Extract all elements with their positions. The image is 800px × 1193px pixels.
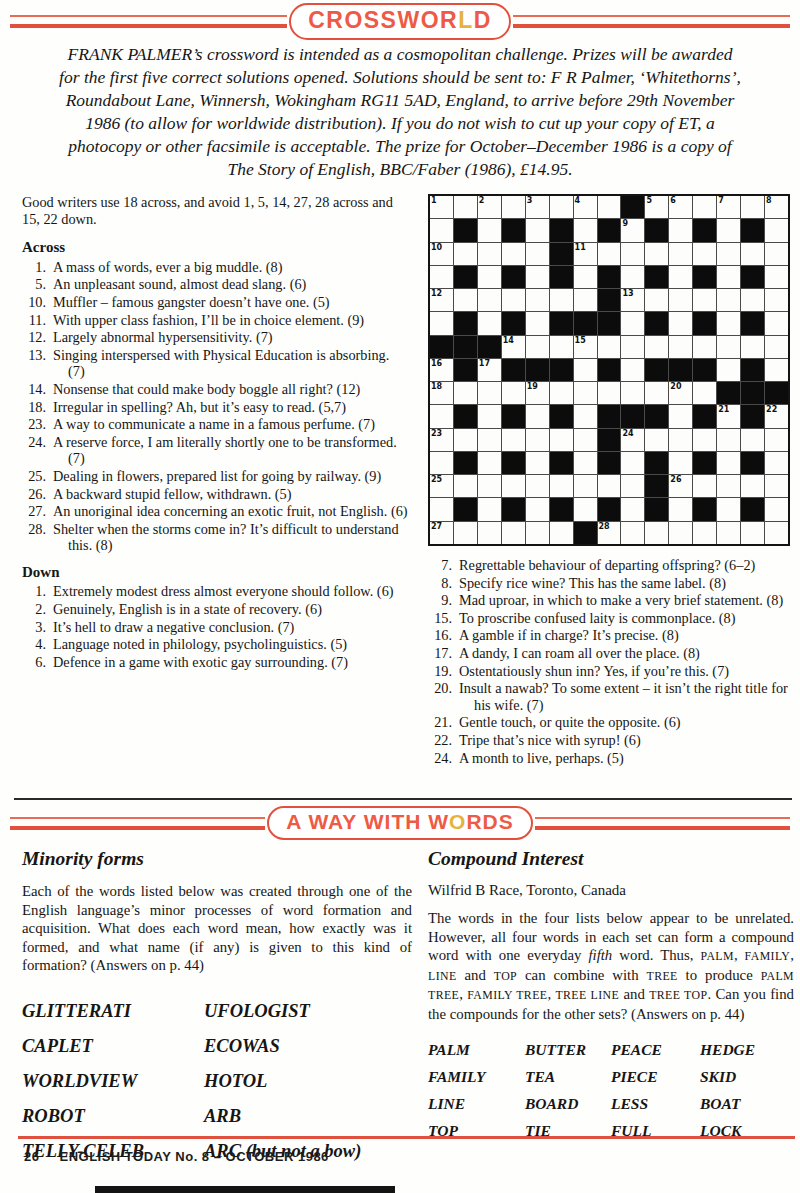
grid-cell[interactable] <box>526 405 549 427</box>
grid-cell[interactable] <box>526 475 549 497</box>
grid-cell[interactable] <box>621 243 644 265</box>
intro-line: 1986 (to allow for worldwide distributio… <box>38 112 762 135</box>
rule-thin <box>10 15 287 17</box>
clue-item: 6.Defence in a game with exotic gay surr… <box>22 654 408 671</box>
paragraph-segment: TOP <box>494 969 517 983</box>
grid-cell[interactable] <box>526 429 549 451</box>
compound-word: PALM <box>428 1041 525 1059</box>
clue-item-text: A backward stupid fellow, withdrawn. (5) <box>53 486 408 503</box>
grid-cell[interactable] <box>454 475 477 497</box>
grid-cell-black <box>693 312 716 334</box>
grid-cell[interactable]: 19 <box>526 382 549 404</box>
grid-cell-black <box>454 359 477 381</box>
paragraph-segment: FAMILY <box>745 949 791 963</box>
clue-number: 4 <box>575 196 581 205</box>
grid-cell[interactable]: 8 <box>765 196 788 218</box>
grid-cell[interactable] <box>717 359 740 381</box>
crossword-grid: 1234567891011121314151617181920212223242… <box>428 194 790 546</box>
grid-cell[interactable]: 3 <box>526 196 549 218</box>
grid-cell[interactable] <box>717 312 740 334</box>
grid-cell-black <box>598 219 621 241</box>
clue-number: 7 <box>718 196 724 205</box>
grid-cell[interactable] <box>741 429 764 451</box>
grid-cell-black <box>454 452 477 474</box>
grid-cell[interactable] <box>621 266 644 288</box>
grid-cell[interactable] <box>574 475 597 497</box>
grid-cell[interactable]: 2 <box>478 196 501 218</box>
grid-cell[interactable] <box>645 429 668 451</box>
clue-item-number: 13. <box>22 347 53 380</box>
grid-cell[interactable] <box>502 243 525 265</box>
paragraph-segment: fifth <box>588 947 612 963</box>
grid-cell[interactable] <box>598 336 621 358</box>
grid-cell[interactable] <box>574 266 597 288</box>
clue-item-text: Shelter when the storms come in? It’s di… <box>53 521 408 554</box>
rule-thick <box>10 24 287 28</box>
clue-item-number: 16. <box>428 627 459 644</box>
clue-item-number: 11. <box>22 312 53 329</box>
grid-cell[interactable] <box>741 243 764 265</box>
grid-cell[interactable] <box>574 452 597 474</box>
title-part: A WAY WITH W <box>286 810 449 833</box>
grid-cell[interactable]: 16 <box>430 359 453 381</box>
grid-cell-black <box>502 219 525 241</box>
title-part: CROSSWOR <box>308 7 458 33</box>
clue-number: 27 <box>431 522 442 531</box>
grid-cell[interactable] <box>502 475 525 497</box>
clue-number: 3 <box>527 196 533 205</box>
grid-cell[interactable] <box>526 219 549 241</box>
grid-cell[interactable] <box>526 266 549 288</box>
grid-cell[interactable] <box>717 266 740 288</box>
grid-cell[interactable] <box>574 289 597 311</box>
grid-cell[interactable] <box>765 219 788 241</box>
rule-thin <box>10 817 265 819</box>
grid-cell-black <box>669 359 692 381</box>
grid-cell-black <box>693 405 716 427</box>
grid-cell[interactable]: 25 <box>430 475 453 497</box>
grid-cell[interactable]: 13 <box>621 289 644 311</box>
grid-cell[interactable] <box>574 498 597 520</box>
grid-cell[interactable] <box>430 266 453 288</box>
grid-cell[interactable] <box>693 475 716 497</box>
grid-cell[interactable]: 21 <box>717 405 740 427</box>
grid-cell[interactable] <box>550 429 573 451</box>
clue-item-number: 28. <box>22 521 53 554</box>
grid-cell-black <box>693 452 716 474</box>
grid-cell[interactable] <box>669 429 692 451</box>
grid-cell[interactable] <box>765 266 788 288</box>
paragraph-segment: , <box>459 986 467 1002</box>
grid-cell[interactable] <box>526 312 549 334</box>
grid-cell[interactable] <box>478 382 501 404</box>
compound-word: LESS <box>611 1095 700 1113</box>
grid-cell[interactable] <box>645 336 668 358</box>
grid-cell[interactable] <box>550 196 573 218</box>
grid-cell[interactable] <box>693 336 716 358</box>
grid-cell[interactable] <box>693 522 716 544</box>
grid-cell[interactable] <box>717 498 740 520</box>
grid-cell[interactable] <box>717 219 740 241</box>
clue-item-text: Genuinely, English is in a state of reco… <box>53 601 408 618</box>
clue-item: 24.A reserve force, I am literally short… <box>22 434 408 467</box>
grid-cell[interactable] <box>454 382 477 404</box>
grid-cell[interactable] <box>550 289 573 311</box>
intro-line: for the first five correct solutions ope… <box>38 66 762 89</box>
grid-cell-black <box>502 405 525 427</box>
compound-word: LINE <box>428 1095 525 1113</box>
grid-cell[interactable] <box>717 522 740 544</box>
compound-interest-byline: Wilfrid B Race, Toronto, Canada <box>428 882 794 899</box>
grid-cell[interactable] <box>717 452 740 474</box>
grid-cell[interactable] <box>669 522 692 544</box>
grid-cell[interactable] <box>574 429 597 451</box>
grid-cell[interactable]: 14 <box>502 336 525 358</box>
grid-cell[interactable] <box>454 289 477 311</box>
clue-item-number: 26. <box>22 486 53 503</box>
grid-cell[interactable] <box>669 452 692 474</box>
compound-word: FAMILY <box>428 1068 525 1086</box>
grid-cell[interactable] <box>478 498 501 520</box>
crossworld-banner: CROSSWORLD <box>0 2 800 40</box>
clue-number: 9 <box>622 219 628 228</box>
grid-cell[interactable] <box>621 336 644 358</box>
grid-cell-black <box>454 266 477 288</box>
clue-number: 12 <box>431 289 442 298</box>
grid-cell[interactable] <box>478 475 501 497</box>
grid-cell[interactable] <box>621 312 644 334</box>
grid-cell[interactable] <box>717 475 740 497</box>
compound-interest-heading: Compound Interest <box>428 848 794 870</box>
compound-word: TEA <box>525 1068 611 1086</box>
down-clues-list-right: 7.Regrettable behaviour of departing off… <box>428 557 796 766</box>
puzzle-column: 1234567891011121314151617181920212223242… <box>428 194 796 767</box>
grid-cell[interactable]: 26 <box>669 475 692 497</box>
grid-cell[interactable] <box>454 429 477 451</box>
clue-number: 16 <box>431 359 442 368</box>
grid-cell[interactable] <box>693 289 716 311</box>
paragraph-segment: TREE <box>647 969 678 983</box>
grid-cell[interactable] <box>550 382 573 404</box>
grid-cell[interactable] <box>621 475 644 497</box>
clue-item: 11.With upper class fashion, I’ll be in … <box>22 312 408 329</box>
grid-cell-black <box>741 312 764 334</box>
grid-cell-black <box>454 219 477 241</box>
grid-cell[interactable] <box>621 382 644 404</box>
grid-cell[interactable] <box>765 359 788 381</box>
grid-cell[interactable] <box>478 289 501 311</box>
grid-cell[interactable] <box>693 196 716 218</box>
grid-cell-black <box>621 405 644 427</box>
grid-cell[interactable]: 28 <box>598 522 621 544</box>
grid-cell-black <box>502 359 525 381</box>
grid-cell[interactable] <box>669 219 692 241</box>
intro-line: FRANK PALMER’s crossword is intended as … <box>38 43 762 66</box>
grid-cell-black <box>717 382 740 404</box>
grid-cell[interactable] <box>765 243 788 265</box>
clue-number: 24 <box>622 429 633 438</box>
grid-cell[interactable] <box>598 475 621 497</box>
grid-cell[interactable]: 24 <box>621 429 644 451</box>
grid-cell[interactable] <box>669 405 692 427</box>
grid-cell-black <box>741 452 764 474</box>
grid-cell[interactable]: 22 <box>765 405 788 427</box>
clue-item-text: A way to communicate a name in a famous … <box>53 416 408 433</box>
clue-number: 23 <box>431 429 442 438</box>
grid-cell-black <box>693 266 716 288</box>
grid-cell[interactable] <box>765 312 788 334</box>
grid-cell[interactable] <box>669 266 692 288</box>
clue-item-number: 22. <box>428 732 459 749</box>
grid-cell-black <box>621 196 644 218</box>
grid-cell[interactable] <box>669 336 692 358</box>
grid-cell[interactable] <box>502 382 525 404</box>
grid-cell[interactable] <box>478 219 501 241</box>
clue-item-text: An unpleasant sound, almost dead slang. … <box>53 276 408 293</box>
grid-cell[interactable]: 23 <box>430 429 453 451</box>
grid-cell[interactable] <box>550 475 573 497</box>
grid-cell[interactable]: 15 <box>574 336 597 358</box>
paragraph-segment: TREE TOP <box>649 988 707 1002</box>
clue-item-number: 3. <box>22 619 53 636</box>
paragraph-segment: to produce <box>678 967 761 983</box>
grid-cell[interactable] <box>598 196 621 218</box>
grid-cell[interactable]: 12 <box>430 289 453 311</box>
minority-word: WORLDVIEW <box>22 1071 204 1092</box>
grid-cell[interactable] <box>574 405 597 427</box>
grid-cell[interactable] <box>454 522 477 544</box>
grid-cell[interactable] <box>478 405 501 427</box>
grid-cell[interactable] <box>574 359 597 381</box>
clue-number: 2 <box>479 196 485 205</box>
grid-cell[interactable] <box>550 522 573 544</box>
grid-cell[interactable] <box>693 243 716 265</box>
clue-item-number: 2. <box>22 601 53 618</box>
grid-cell[interactable] <box>621 522 644 544</box>
grid-cell-black <box>598 452 621 474</box>
grid-cell[interactable] <box>765 336 788 358</box>
clue-item-number: 12. <box>22 329 53 346</box>
grid-cell-black <box>645 219 668 241</box>
clue-item-text: A month to live, perhaps. (5) <box>459 750 796 767</box>
clue-item-text: With upper class fashion, I’ll be in cho… <box>53 312 408 329</box>
grid-cell[interactable] <box>478 266 501 288</box>
grid-cell[interactable] <box>741 336 764 358</box>
clues-left-column: Good writers use 18 across, and avoid 1,… <box>22 194 408 671</box>
grid-cell[interactable] <box>645 522 668 544</box>
grid-cell-black <box>550 452 573 474</box>
grid-cell[interactable] <box>765 475 788 497</box>
minority-word: ARB <box>204 1106 412 1127</box>
grid-cell-black <box>741 266 764 288</box>
grid-cell[interactable] <box>574 382 597 404</box>
grid-cell-black <box>454 405 477 427</box>
grid-cell[interactable] <box>693 382 716 404</box>
clue-item: 9.Mad uproar, in which to make a very br… <box>428 592 796 609</box>
grid-cell[interactable] <box>478 429 501 451</box>
grid-cell[interactable] <box>645 243 668 265</box>
grid-cell[interactable]: 4 <box>574 196 597 218</box>
grid-cell[interactable]: 10 <box>430 243 453 265</box>
grid-cell[interactable]: 20 <box>669 382 692 404</box>
grid-cell[interactable] <box>621 359 644 381</box>
grid-cell[interactable] <box>430 219 453 241</box>
grid-cell[interactable] <box>478 312 501 334</box>
grid-cell-black <box>741 359 764 381</box>
grid-cell[interactable] <box>598 243 621 265</box>
grid-cell[interactable] <box>526 289 549 311</box>
grid-cell-black <box>598 289 621 311</box>
clue-item: 7.Regrettable behaviour of departing off… <box>428 557 796 574</box>
clue-item-text: An unoriginal idea concerning an exotic … <box>53 503 408 520</box>
grid-cell[interactable] <box>502 196 525 218</box>
grid-cell[interactable] <box>574 219 597 241</box>
grid-cell[interactable] <box>669 312 692 334</box>
grid-cell[interactable] <box>526 452 549 474</box>
grid-cell[interactable] <box>717 289 740 311</box>
clue-number: 11 <box>575 243 586 252</box>
grid-cell-black <box>550 266 573 288</box>
clue-item-number: 18. <box>22 399 53 416</box>
grid-cell[interactable] <box>478 522 501 544</box>
clue-item-text: Defence in a game with exotic gay surrou… <box>53 654 408 671</box>
magazine-page: CROSSWORLD FRANK PALMER’s crossword is i… <box>0 0 800 1193</box>
grid-cell[interactable] <box>454 243 477 265</box>
grid-cell[interactable] <box>717 429 740 451</box>
intro-paragraph: FRANK PALMER’s crossword is intended as … <box>38 43 762 181</box>
clue-item-text: A dandy, I can roam all over the place. … <box>459 645 796 662</box>
minority-forms-paragraph: Each of the words listed below was creat… <box>22 882 412 975</box>
clue-item-text: Singing interspersed with Physical Educa… <box>53 347 408 380</box>
grid-cell[interactable] <box>621 452 644 474</box>
paragraph-segment: and <box>457 967 494 983</box>
grid-cell[interactable] <box>526 522 549 544</box>
compound-word: BUTTER <box>525 1041 611 1059</box>
grid-cell-black <box>598 312 621 334</box>
grid-cell[interactable] <box>454 196 477 218</box>
clue-item: 14.Nonsense that could make body boggle … <box>22 381 408 398</box>
grid-cell[interactable] <box>502 289 525 311</box>
clue-number: 14 <box>503 336 514 345</box>
paragraph-segment: TREE LINE <box>555 988 619 1002</box>
grid-cell[interactable]: 5 <box>645 196 668 218</box>
clue-item: 21.Gentle touch, or quite the opposite. … <box>428 714 796 731</box>
way-with-words-banner: A WAY WITH WORDS <box>0 804 800 842</box>
grid-cell[interactable] <box>621 498 644 520</box>
grid-cell[interactable] <box>669 498 692 520</box>
grid-cell[interactable] <box>765 498 788 520</box>
grid-cell[interactable] <box>478 452 501 474</box>
rule-thin <box>535 817 790 819</box>
paragraph-segment: PALM <box>700 949 733 963</box>
title-accent-letter: L <box>458 7 474 33</box>
grid-cell[interactable] <box>765 429 788 451</box>
grid-cell[interactable] <box>765 289 788 311</box>
title-accent-letter: O <box>449 810 466 833</box>
grid-cell[interactable]: 1 <box>430 196 453 218</box>
grid-cell[interactable]: 18 <box>430 382 453 404</box>
grid-cell[interactable] <box>645 289 668 311</box>
intro-line: Roundabout Lane, Winnersh, Wokingham RG1… <box>38 89 762 112</box>
clue-number: 1 <box>431 196 437 205</box>
clue-item-text: It’s hell to draw a negative conclusion.… <box>53 619 408 636</box>
clue-item-text: Muffler – famous gangster doesn’t have o… <box>53 294 408 311</box>
grid-cell[interactable] <box>502 429 525 451</box>
clue-item: 22.Tripe that’s nice with syrup! (6) <box>428 732 796 749</box>
grid-cell-black <box>741 219 764 241</box>
paragraph-segment: , <box>790 947 794 963</box>
grid-cell[interactable] <box>430 452 453 474</box>
grid-cell-black <box>598 405 621 427</box>
compound-word: BOARD <box>525 1095 611 1113</box>
minority-word: CAPLET <box>22 1036 204 1057</box>
grid-cell[interactable] <box>669 289 692 311</box>
grid-cell[interactable] <box>526 336 549 358</box>
grid-cell[interactable]: 7 <box>717 196 740 218</box>
grid-cell[interactable] <box>693 429 716 451</box>
grid-cell[interactable] <box>717 243 740 265</box>
minority-word: UFOLOGIST <box>204 1001 412 1022</box>
grid-cell[interactable]: 17 <box>478 359 501 381</box>
paragraph-segment: LINE <box>428 969 457 983</box>
clue-item-text: Regrettable behaviour of departing offsp… <box>459 557 796 574</box>
grid-cell[interactable]: 9 <box>621 219 644 241</box>
grid-cell[interactable] <box>645 382 668 404</box>
grid-cell-black <box>550 219 573 241</box>
grid-cell[interactable] <box>741 196 764 218</box>
clue-item: 2.Genuinely, English is in a state of re… <box>22 601 408 618</box>
clue-item: 12.Largely abnormal hypersensitivity. (7… <box>22 329 408 346</box>
grid-cell[interactable] <box>669 243 692 265</box>
grid-cell[interactable] <box>478 243 501 265</box>
clue-item-text: To proscribe confused laity is commonpla… <box>459 610 796 627</box>
grid-cell-black <box>645 266 668 288</box>
minority-word: ECOWAS <box>204 1036 412 1057</box>
grid-cell[interactable] <box>430 498 453 520</box>
grid-cell[interactable] <box>550 336 573 358</box>
grid-cell[interactable] <box>526 243 549 265</box>
grid-cell[interactable] <box>526 498 549 520</box>
title-part: D <box>474 7 492 33</box>
grid-cell-black <box>645 312 668 334</box>
grid-cell[interactable] <box>765 452 788 474</box>
grid-cell[interactable]: 27 <box>430 522 453 544</box>
grid-cell[interactable] <box>741 289 764 311</box>
clue-number: 6 <box>670 196 676 205</box>
grid-cell-black <box>550 243 573 265</box>
clue-item: 28.Shelter when the storms come in? It’s… <box>22 521 408 554</box>
grid-cell[interactable] <box>430 405 453 427</box>
clue-item-number: 4. <box>22 636 53 653</box>
grid-cell[interactable] <box>765 522 788 544</box>
grid-cell[interactable]: 11 <box>574 243 597 265</box>
clue-item-text: Gentle touch, or quite the opposite. (6) <box>459 714 796 731</box>
clue-item-number: 15. <box>428 610 459 627</box>
grid-cell[interactable] <box>598 382 621 404</box>
grid-cell[interactable] <box>741 522 764 544</box>
grid-cell[interactable]: 6 <box>669 196 692 218</box>
grid-cell[interactable] <box>430 312 453 334</box>
clue-number: 19 <box>527 382 538 391</box>
minority-word: ROBOT <box>22 1106 204 1127</box>
clue-item-number: 14. <box>22 381 53 398</box>
grid-cell[interactable] <box>717 336 740 358</box>
grid-cell[interactable] <box>741 475 764 497</box>
page-number: 26 <box>24 1149 39 1164</box>
intro-line: The Story of English, BBC/Faber (1986), … <box>38 158 762 181</box>
clue-item-number: 19. <box>428 663 459 680</box>
grid-cell[interactable] <box>502 522 525 544</box>
